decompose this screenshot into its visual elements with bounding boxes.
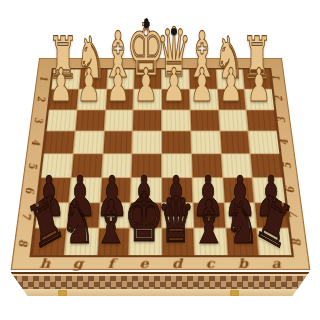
square-f4[interactable] xyxy=(103,132,132,154)
chess-photo-stage: hgfedcba 12345678 12345678 ♜♞♝♚♛♝♞♜♟♟♟♟♟… xyxy=(0,0,320,320)
rank-label-3: 3 xyxy=(276,117,287,123)
square-h4[interactable] xyxy=(43,132,73,154)
rank-label-4: 4 xyxy=(30,139,42,145)
rank-label-2: 2 xyxy=(274,96,285,101)
square-b4[interactable] xyxy=(219,132,249,154)
file-label-d: d xyxy=(171,257,181,270)
square-h3[interactable] xyxy=(46,110,76,131)
piece-white-pawn-f2[interactable]: ♟ xyxy=(106,62,130,108)
square-e3[interactable] xyxy=(133,110,161,131)
square-d3[interactable] xyxy=(162,110,190,131)
piece-white-pawn-b2[interactable]: ♟ xyxy=(219,62,243,108)
box-edge-checker-inlay xyxy=(6,276,314,289)
file-labels: hgfedcba xyxy=(27,256,293,271)
square-a4[interactable] xyxy=(248,132,278,154)
piece-white-pawn-c2[interactable]: ♟ xyxy=(190,62,214,108)
piece-black-queen-d8[interactable]: ♛ xyxy=(157,188,195,252)
file-label-c: c xyxy=(205,257,215,270)
file-label-g: g xyxy=(72,257,83,270)
piece-white-pawn-e2[interactable]: ♟ xyxy=(134,62,158,108)
square-e4[interactable] xyxy=(132,132,160,154)
square-c4[interactable] xyxy=(191,132,220,154)
rank-label-3: 3 xyxy=(33,117,44,123)
square-d4[interactable] xyxy=(162,132,190,154)
file-label-e: e xyxy=(139,257,149,270)
square-g4[interactable] xyxy=(73,132,103,154)
square-c3[interactable] xyxy=(190,110,218,131)
square-g3[interactable] xyxy=(75,110,104,131)
file-label-f: f xyxy=(107,257,114,270)
piece-black-knight-g8[interactable]: ♞ xyxy=(61,194,95,252)
rank-label-8: 8 xyxy=(291,240,304,247)
piece-white-pawn-g2[interactable]: ♟ xyxy=(77,62,101,108)
rank-label-8: 8 xyxy=(16,240,29,247)
square-a3[interactable] xyxy=(246,110,276,131)
hinge-icon xyxy=(58,290,67,296)
piece-white-pawn-d2[interactable]: ♟ xyxy=(162,62,186,108)
file-label-b: b xyxy=(237,257,248,270)
box-edge xyxy=(6,272,314,296)
hinge-icon xyxy=(230,290,239,296)
piece-black-bishop-c8[interactable]: ♝ xyxy=(191,192,227,252)
box-edge-bottom xyxy=(6,289,314,296)
rank-label-2: 2 xyxy=(35,96,46,101)
piece-white-pawn-a2[interactable]: ♟ xyxy=(247,62,271,108)
square-b3[interactable] xyxy=(218,110,247,131)
rank-label-4: 4 xyxy=(279,139,291,145)
square-f3[interactable] xyxy=(104,110,132,131)
piece-white-pawn-h2[interactable]: ♟ xyxy=(49,62,73,108)
rank-label-1: 1 xyxy=(271,75,282,80)
